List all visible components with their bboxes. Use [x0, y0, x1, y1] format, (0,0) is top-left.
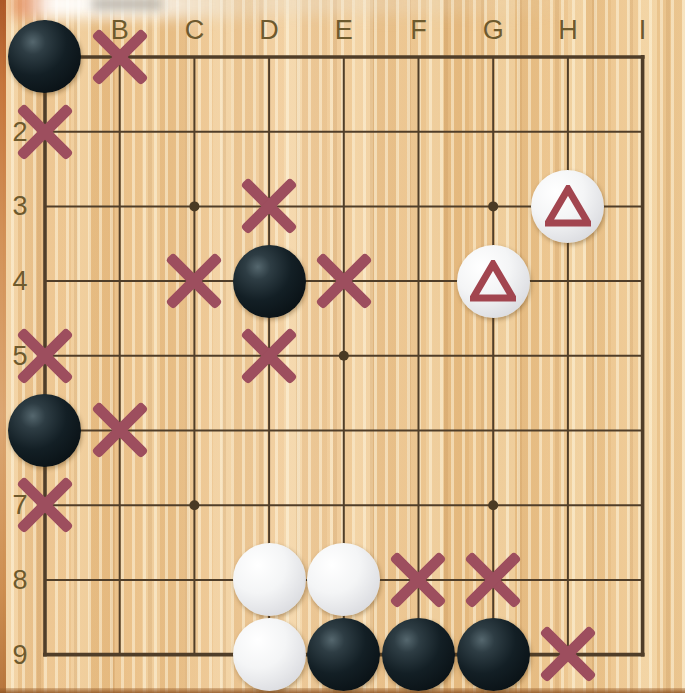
intersection-D6[interactable]	[232, 393, 307, 468]
intersection-F4[interactable]	[381, 244, 456, 319]
intersection-E6[interactable]	[306, 393, 381, 468]
intersection-A1[interactable]	[8, 20, 83, 95]
intersection-F1[interactable]	[381, 20, 456, 95]
intersection-A8[interactable]	[8, 542, 83, 617]
intersection-H8[interactable]	[530, 542, 605, 617]
black-stone-G9	[457, 618, 530, 691]
intersection-B5[interactable]	[82, 318, 157, 393]
intersection-E3[interactable]	[306, 169, 381, 244]
intersection-F6[interactable]	[381, 393, 456, 468]
board-grid	[8, 20, 680, 692]
intersection-E9[interactable]	[306, 617, 381, 692]
intersection-E5[interactable]	[306, 318, 381, 393]
intersection-I3[interactable]	[605, 169, 680, 244]
intersection-B9[interactable]	[82, 617, 157, 692]
intersection-F9[interactable]	[381, 617, 456, 692]
cross-marker-E4	[315, 252, 373, 310]
intersection-D4[interactable]	[232, 244, 307, 319]
intersection-A3[interactable]	[8, 169, 83, 244]
intersection-C5[interactable]	[157, 318, 232, 393]
white-stone-E8	[307, 543, 380, 616]
intersection-G6[interactable]	[456, 393, 531, 468]
black-stone-F9	[382, 618, 455, 691]
intersection-G7[interactable]	[456, 468, 531, 543]
black-stone-A6	[8, 394, 81, 467]
cross-marker-B6	[91, 401, 149, 459]
white-stone-D9	[233, 618, 306, 691]
intersection-F7[interactable]	[381, 468, 456, 543]
intersection-A5[interactable]	[8, 318, 83, 393]
intersection-H9[interactable]	[530, 617, 605, 692]
intersection-I1[interactable]	[605, 20, 680, 95]
intersection-E2[interactable]	[306, 94, 381, 169]
cross-marker-F8	[389, 551, 447, 609]
intersection-H1[interactable]	[530, 20, 605, 95]
intersection-C6[interactable]	[157, 393, 232, 468]
intersection-A6[interactable]	[8, 393, 83, 468]
intersection-F8[interactable]	[381, 542, 456, 617]
white-stone-H3	[531, 170, 604, 243]
intersection-E7[interactable]	[306, 468, 381, 543]
intersection-E4[interactable]	[306, 244, 381, 319]
intersection-G1[interactable]	[456, 20, 531, 95]
intersection-H4[interactable]	[530, 244, 605, 319]
intersection-A9[interactable]	[8, 617, 83, 692]
intersection-F3[interactable]	[381, 169, 456, 244]
intersection-I6[interactable]	[605, 393, 680, 468]
intersection-C1[interactable]	[157, 20, 232, 95]
intersection-A2[interactable]	[8, 94, 83, 169]
intersection-G3[interactable]	[456, 169, 531, 244]
intersection-H2[interactable]	[530, 94, 605, 169]
intersection-B6[interactable]	[82, 393, 157, 468]
intersection-D9[interactable]	[232, 617, 307, 692]
intersection-A4[interactable]	[8, 244, 83, 319]
triangle-marker-G4	[470, 260, 516, 302]
cross-marker-B1	[91, 28, 149, 86]
cross-marker-C4	[165, 252, 223, 310]
white-stone-G4	[457, 245, 530, 318]
intersection-C3[interactable]	[157, 169, 232, 244]
intersection-C4[interactable]	[157, 244, 232, 319]
intersection-B4[interactable]	[82, 244, 157, 319]
intersection-E1[interactable]	[306, 20, 381, 95]
intersection-D2[interactable]	[232, 94, 307, 169]
intersection-H3[interactable]	[530, 169, 605, 244]
go-board: ABCDEFGHI123456789	[0, 0, 685, 693]
intersection-B3[interactable]	[82, 169, 157, 244]
cross-marker-A5	[16, 327, 74, 385]
intersection-I5[interactable]	[605, 318, 680, 393]
intersection-F5[interactable]	[381, 318, 456, 393]
white-stone-D8	[233, 543, 306, 616]
cross-marker-A2	[16, 103, 74, 161]
intersection-B7[interactable]	[82, 468, 157, 543]
intersection-I2[interactable]	[605, 94, 680, 169]
intersection-H6[interactable]	[530, 393, 605, 468]
intersection-I9[interactable]	[605, 617, 680, 692]
intersection-A7[interactable]	[8, 468, 83, 543]
cross-marker-G8	[464, 551, 522, 609]
intersection-I8[interactable]	[605, 542, 680, 617]
triangle-marker-H3	[545, 185, 591, 227]
intersection-B1[interactable]	[82, 20, 157, 95]
cross-marker-A7	[16, 476, 74, 534]
intersection-G5[interactable]	[456, 318, 531, 393]
intersection-I4[interactable]	[605, 244, 680, 319]
intersection-C2[interactable]	[157, 94, 232, 169]
intersection-H5[interactable]	[530, 318, 605, 393]
intersection-G2[interactable]	[456, 94, 531, 169]
black-stone-E9	[307, 618, 380, 691]
intersection-D3[interactable]	[232, 169, 307, 244]
intersection-C9[interactable]	[157, 617, 232, 692]
intersection-G4[interactable]	[456, 244, 531, 319]
intersection-D5[interactable]	[232, 318, 307, 393]
cross-marker-D3	[240, 177, 298, 235]
intersection-D1[interactable]	[232, 20, 307, 95]
cross-marker-H9	[539, 625, 597, 683]
intersection-C8[interactable]	[157, 542, 232, 617]
intersection-D7[interactable]	[232, 468, 307, 543]
cross-marker-D5	[240, 327, 298, 385]
intersection-H7[interactable]	[530, 468, 605, 543]
intersection-D8[interactable]	[232, 542, 307, 617]
intersection-G8[interactable]	[456, 542, 531, 617]
black-stone-D4	[233, 245, 306, 318]
intersection-E8[interactable]	[306, 542, 381, 617]
intersection-G9[interactable]	[456, 617, 531, 692]
intersection-I7[interactable]	[605, 468, 680, 543]
black-stone-A1	[8, 20, 81, 93]
intersection-C7[interactable]	[157, 468, 232, 543]
intersection-F2[interactable]	[381, 94, 456, 169]
intersection-B2[interactable]	[82, 94, 157, 169]
intersection-B8[interactable]	[82, 542, 157, 617]
